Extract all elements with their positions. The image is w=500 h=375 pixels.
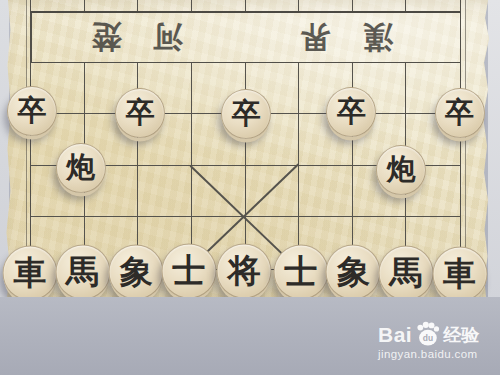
river-text-char-4: 漢	[363, 22, 393, 52]
board-grid-far-stubs	[30, 0, 461, 13]
piece-back-file7[interactable]: 象	[326, 245, 381, 300]
river-text-char-3: 界	[300, 22, 330, 52]
watermark-brand-row: Bai du 经验	[378, 320, 479, 345]
photo-canvas: 楚河界漢 卒卒卒卒卒炮炮車馬象士将士象馬車 Bai du 经验 jingyan.…	[0, 0, 500, 375]
piece-glyph: 将	[228, 254, 261, 287]
piece-glyph: 卒	[232, 99, 261, 128]
piece-back-file3[interactable]: 象	[109, 245, 164, 300]
watermark-paw-text: du	[423, 333, 433, 343]
watermark-brand-latin: Bai	[378, 324, 412, 345]
piece-back-file5[interactable]: 将	[217, 244, 272, 299]
piece-glyph: 卒	[445, 98, 474, 127]
piece-glyph: 士	[284, 255, 317, 288]
piece-glyph: 車	[14, 256, 47, 289]
grid-cell	[85, 0, 139, 11]
grid-cell	[138, 0, 192, 11]
grid-cell	[406, 0, 460, 11]
river-text-char-1: 楚	[92, 22, 122, 52]
grid-cell	[353, 0, 407, 11]
piece-soldier-file1[interactable]: 卒	[7, 86, 57, 136]
river-border-right	[460, 13, 462, 62]
piece-glyph: 車	[443, 257, 476, 290]
piece-glyph: 馬	[389, 256, 422, 289]
piece-glyph: 馬	[66, 255, 99, 288]
piece-glyph: 象	[120, 255, 153, 288]
river-text-char-2: 河	[153, 22, 183, 52]
grid-cell	[246, 0, 300, 11]
watermark-brand-cn: 经验	[443, 326, 479, 344]
piece-soldier-file5[interactable]: 卒	[221, 89, 271, 139]
grid-cell	[138, 166, 192, 217]
grid-cell	[246, 166, 300, 217]
piece-glyph: 炮	[386, 155, 415, 184]
grid-cell	[192, 0, 246, 11]
piece-glyph: 卒	[18, 96, 47, 125]
baidu-jingyan-watermark: Bai du 经验 jingyan.baidu.com	[378, 320, 479, 360]
piece-cannon-file2[interactable]: 炮	[56, 143, 106, 193]
piece-back-file2[interactable]: 馬	[55, 245, 110, 300]
piece-soldier-file7[interactable]: 卒	[326, 87, 376, 137]
piece-back-file4[interactable]: 士	[161, 244, 216, 299]
grid-cell	[299, 0, 353, 11]
piece-back-file6[interactable]: 士	[273, 245, 328, 300]
piece-glyph: 卒	[337, 97, 366, 126]
piece-glyph: 炮	[66, 153, 95, 182]
piece-glyph: 卒	[126, 98, 155, 127]
piece-back-file8[interactable]: 馬	[378, 246, 433, 301]
grid-cell	[31, 0, 85, 11]
piece-back-file1[interactable]: 車	[3, 246, 58, 301]
piece-soldier-file3[interactable]: 卒	[115, 88, 165, 138]
piece-glyph: 象	[337, 255, 370, 288]
river-border-left	[30, 13, 32, 62]
baidu-paw-icon: du	[414, 320, 441, 347]
piece-soldier-file9[interactable]: 卒	[435, 88, 485, 138]
piece-glyph: 士	[172, 254, 205, 287]
piece-cannon-file8[interactable]: 炮	[376, 145, 426, 195]
grid-cell	[299, 166, 353, 217]
piece-back-file9[interactable]: 車	[432, 247, 487, 302]
wall-right	[488, 0, 500, 298]
watermark-url: jingyan.baidu.com	[378, 348, 479, 360]
